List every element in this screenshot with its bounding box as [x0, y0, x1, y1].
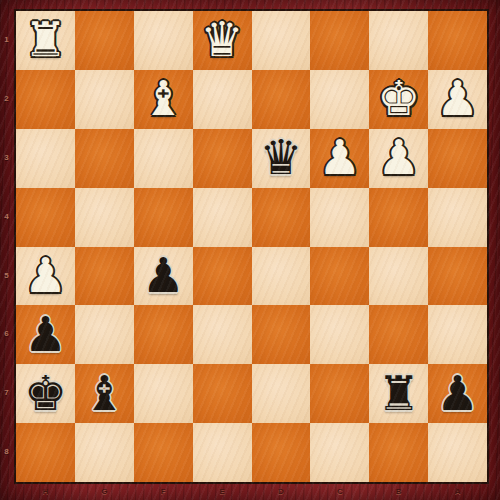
square-a4[interactable] — [428, 188, 487, 247]
rank-label-7: 7 — [0, 364, 13, 423]
square-b3[interactable]: ♟ — [369, 129, 428, 188]
square-a8[interactable] — [428, 423, 487, 482]
square-h5[interactable]: ♟ — [16, 247, 75, 306]
white-king-b2[interactable]: ♚ — [377, 74, 420, 122]
square-a5[interactable] — [428, 247, 487, 306]
file-label-d: D — [252, 485, 311, 499]
square-h1[interactable]: ♜ — [16, 11, 75, 70]
white-pawn-a2[interactable]: ♟ — [436, 74, 479, 122]
black-pawn-f5[interactable]: ♟ — [142, 251, 185, 299]
rank-label-1: 1 — [0, 11, 13, 70]
chessboard: ♜♛♝♚♟♛♟♟♟♟♟♚♝♜♟ — [14, 9, 489, 484]
square-b2[interactable]: ♚ — [369, 70, 428, 129]
square-e7[interactable] — [193, 364, 252, 423]
black-bishop-g7[interactable]: ♝ — [83, 369, 126, 417]
square-d5[interactable] — [252, 247, 311, 306]
rank-label-6: 6 — [0, 305, 13, 364]
square-a2[interactable]: ♟ — [428, 70, 487, 129]
file-label-e: E — [193, 485, 252, 499]
square-b6[interactable] — [369, 305, 428, 364]
square-d4[interactable] — [252, 188, 311, 247]
rank-label-4: 4 — [0, 188, 13, 247]
square-f5[interactable]: ♟ — [134, 247, 193, 306]
square-f4[interactable] — [134, 188, 193, 247]
square-h6[interactable]: ♟ — [16, 305, 75, 364]
square-g7[interactable]: ♝ — [75, 364, 134, 423]
square-d7[interactable] — [252, 364, 311, 423]
square-c1[interactable] — [310, 11, 369, 70]
square-g1[interactable] — [75, 11, 134, 70]
white-pawn-h5[interactable]: ♟ — [24, 251, 67, 299]
black-rook-b7[interactable]: ♜ — [377, 369, 420, 417]
white-pawn-b3[interactable]: ♟ — [377, 133, 420, 181]
square-c5[interactable] — [310, 247, 369, 306]
square-c3[interactable]: ♟ — [310, 129, 369, 188]
square-e2[interactable] — [193, 70, 252, 129]
square-b4[interactable] — [369, 188, 428, 247]
square-g3[interactable] — [75, 129, 134, 188]
square-h8[interactable] — [16, 423, 75, 482]
square-f8[interactable] — [134, 423, 193, 482]
file-label-c: C — [310, 485, 369, 499]
square-f3[interactable] — [134, 129, 193, 188]
square-h3[interactable] — [16, 129, 75, 188]
square-c4[interactable] — [310, 188, 369, 247]
square-g4[interactable] — [75, 188, 134, 247]
square-a7[interactable]: ♟ — [428, 364, 487, 423]
square-f2[interactable]: ♝ — [134, 70, 193, 129]
black-pawn-h6[interactable]: ♟ — [24, 310, 67, 358]
square-c7[interactable] — [310, 364, 369, 423]
square-h7[interactable]: ♚ — [16, 364, 75, 423]
square-d6[interactable] — [252, 305, 311, 364]
square-d2[interactable] — [252, 70, 311, 129]
chessboard-frame: ♜♛♝♚♟♛♟♟♟♟♟♚♝♜♟ 12345678HGFEDCBA — [0, 0, 500, 500]
black-king-h7[interactable]: ♚ — [24, 369, 67, 417]
file-label-a: A — [428, 485, 487, 499]
file-label-g: G — [75, 485, 134, 499]
square-c8[interactable] — [310, 423, 369, 482]
black-pawn-a7[interactable]: ♟ — [436, 369, 479, 417]
square-b8[interactable] — [369, 423, 428, 482]
square-d3[interactable]: ♛ — [252, 129, 311, 188]
square-c2[interactable] — [310, 70, 369, 129]
rank-label-2: 2 — [0, 70, 13, 129]
file-label-b: B — [369, 485, 428, 499]
square-e3[interactable] — [193, 129, 252, 188]
square-e8[interactable] — [193, 423, 252, 482]
square-g5[interactable] — [75, 247, 134, 306]
square-f1[interactable] — [134, 11, 193, 70]
white-queen-e1[interactable]: ♛ — [201, 15, 244, 63]
square-g8[interactable] — [75, 423, 134, 482]
square-h4[interactable] — [16, 188, 75, 247]
square-a1[interactable] — [428, 11, 487, 70]
rank-label-3: 3 — [0, 129, 13, 188]
black-queen-d3[interactable]: ♛ — [259, 133, 302, 181]
square-f7[interactable] — [134, 364, 193, 423]
square-d8[interactable] — [252, 423, 311, 482]
file-label-h: H — [16, 485, 75, 499]
square-b1[interactable] — [369, 11, 428, 70]
square-e5[interactable] — [193, 247, 252, 306]
square-c6[interactable] — [310, 305, 369, 364]
square-a3[interactable] — [428, 129, 487, 188]
square-e6[interactable] — [193, 305, 252, 364]
square-d1[interactable] — [252, 11, 311, 70]
square-e1[interactable]: ♛ — [193, 11, 252, 70]
white-pawn-c3[interactable]: ♟ — [318, 133, 361, 181]
square-f6[interactable] — [134, 305, 193, 364]
square-e4[interactable] — [193, 188, 252, 247]
rank-label-5: 5 — [0, 247, 13, 306]
square-h2[interactable] — [16, 70, 75, 129]
white-rook-h1[interactable]: ♜ — [24, 15, 67, 63]
file-label-f: F — [134, 485, 193, 499]
square-g6[interactable] — [75, 305, 134, 364]
rank-label-8: 8 — [0, 423, 13, 482]
square-g2[interactable] — [75, 70, 134, 129]
white-bishop-f2[interactable]: ♝ — [142, 74, 185, 122]
square-b7[interactable]: ♜ — [369, 364, 428, 423]
square-b5[interactable] — [369, 247, 428, 306]
square-a6[interactable] — [428, 305, 487, 364]
